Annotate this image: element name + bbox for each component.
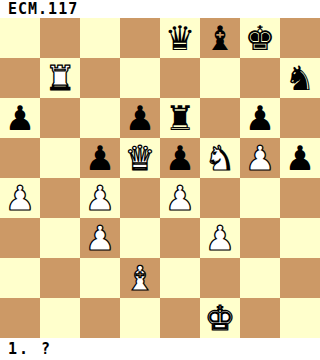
white-bishop[interactable]: ♝ — [120, 258, 160, 298]
white-knight[interactable]: ♞ — [200, 138, 240, 178]
black-pawn[interactable]: ♟ — [240, 98, 280, 138]
black-pawn[interactable]: ♟ — [80, 138, 120, 178]
square-d3[interactable] — [120, 218, 160, 258]
square-e4[interactable]: ♟ — [160, 178, 200, 218]
square-f7[interactable] — [200, 58, 240, 98]
square-g1[interactable] — [240, 298, 280, 338]
move-prompt: 1. ? — [8, 340, 52, 358]
square-g2[interactable] — [240, 258, 280, 298]
square-e6[interactable]: ♜ — [160, 98, 200, 138]
square-b3[interactable] — [40, 218, 80, 258]
puzzle-title: ECM.117 — [8, 1, 78, 18]
square-h3[interactable] — [280, 218, 320, 258]
square-d8[interactable] — [120, 18, 160, 58]
square-c7[interactable] — [80, 58, 120, 98]
white-pawn[interactable]: ♟ — [160, 178, 200, 218]
square-h2[interactable] — [280, 258, 320, 298]
square-d5[interactable]: ♛ — [120, 138, 160, 178]
square-g7[interactable] — [240, 58, 280, 98]
square-d1[interactable] — [120, 298, 160, 338]
square-a1[interactable] — [0, 298, 40, 338]
square-d7[interactable] — [120, 58, 160, 98]
square-a6[interactable]: ♟ — [0, 98, 40, 138]
black-pawn[interactable]: ♟ — [0, 98, 40, 138]
square-g5[interactable]: ♟ — [240, 138, 280, 178]
square-f8[interactable]: ♝ — [200, 18, 240, 58]
square-c4[interactable]: ♟ — [80, 178, 120, 218]
square-e5[interactable]: ♟ — [160, 138, 200, 178]
square-h6[interactable] — [280, 98, 320, 138]
square-a4[interactable]: ♟ — [0, 178, 40, 218]
square-f4[interactable] — [200, 178, 240, 218]
square-b8[interactable] — [40, 18, 80, 58]
white-pawn[interactable]: ♟ — [200, 218, 240, 258]
square-d6[interactable]: ♟ — [120, 98, 160, 138]
square-f6[interactable] — [200, 98, 240, 138]
square-a2[interactable] — [0, 258, 40, 298]
black-bishop[interactable]: ♝ — [200, 18, 240, 58]
square-h1[interactable] — [280, 298, 320, 338]
black-knight[interactable]: ♞ — [280, 58, 320, 98]
white-pawn[interactable]: ♟ — [80, 178, 120, 218]
square-b1[interactable] — [40, 298, 80, 338]
square-d4[interactable] — [120, 178, 160, 218]
square-d2[interactable]: ♝ — [120, 258, 160, 298]
black-queen[interactable]: ♛ — [160, 18, 200, 58]
square-c2[interactable] — [80, 258, 120, 298]
square-c1[interactable] — [80, 298, 120, 338]
square-f2[interactable] — [200, 258, 240, 298]
square-e7[interactable] — [160, 58, 200, 98]
square-b2[interactable] — [40, 258, 80, 298]
square-h8[interactable] — [280, 18, 320, 58]
square-e1[interactable] — [160, 298, 200, 338]
black-pawn[interactable]: ♟ — [280, 138, 320, 178]
square-e8[interactable]: ♛ — [160, 18, 200, 58]
square-g4[interactable] — [240, 178, 280, 218]
square-h7[interactable]: ♞ — [280, 58, 320, 98]
square-g8[interactable]: ♚ — [240, 18, 280, 58]
black-king[interactable]: ♚ — [240, 18, 280, 58]
square-c3[interactable]: ♟ — [80, 218, 120, 258]
square-a3[interactable] — [0, 218, 40, 258]
square-h5[interactable]: ♟ — [280, 138, 320, 178]
square-g6[interactable]: ♟ — [240, 98, 280, 138]
square-f5[interactable]: ♞ — [200, 138, 240, 178]
square-c8[interactable] — [80, 18, 120, 58]
white-king[interactable]: ♚ — [200, 298, 240, 338]
square-a7[interactable] — [0, 58, 40, 98]
square-g3[interactable] — [240, 218, 280, 258]
square-a8[interactable] — [0, 18, 40, 58]
white-pawn[interactable]: ♟ — [240, 138, 280, 178]
square-h4[interactable] — [280, 178, 320, 218]
square-b6[interactable] — [40, 98, 80, 138]
black-pawn[interactable]: ♟ — [120, 98, 160, 138]
white-pawn[interactable]: ♟ — [80, 218, 120, 258]
square-b4[interactable] — [40, 178, 80, 218]
square-f1[interactable]: ♚ — [200, 298, 240, 338]
square-c5[interactable]: ♟ — [80, 138, 120, 178]
white-pawn[interactable]: ♟ — [0, 178, 40, 218]
chess-board: ♛♝♚♜♞♟♟♜♟♟♛♟♞♟♟♟♟♟♟♟♝♚ — [0, 18, 320, 338]
square-b5[interactable] — [40, 138, 80, 178]
black-rook[interactable]: ♜ — [160, 98, 200, 138]
square-b7[interactable]: ♜ — [40, 58, 80, 98]
white-queen[interactable]: ♛ — [120, 138, 160, 178]
black-pawn[interactable]: ♟ — [160, 138, 200, 178]
white-rook[interactable]: ♜ — [40, 58, 80, 98]
square-e2[interactable] — [160, 258, 200, 298]
square-a5[interactable] — [0, 138, 40, 178]
square-c6[interactable] — [80, 98, 120, 138]
square-f3[interactable]: ♟ — [200, 218, 240, 258]
square-e3[interactable] — [160, 218, 200, 258]
